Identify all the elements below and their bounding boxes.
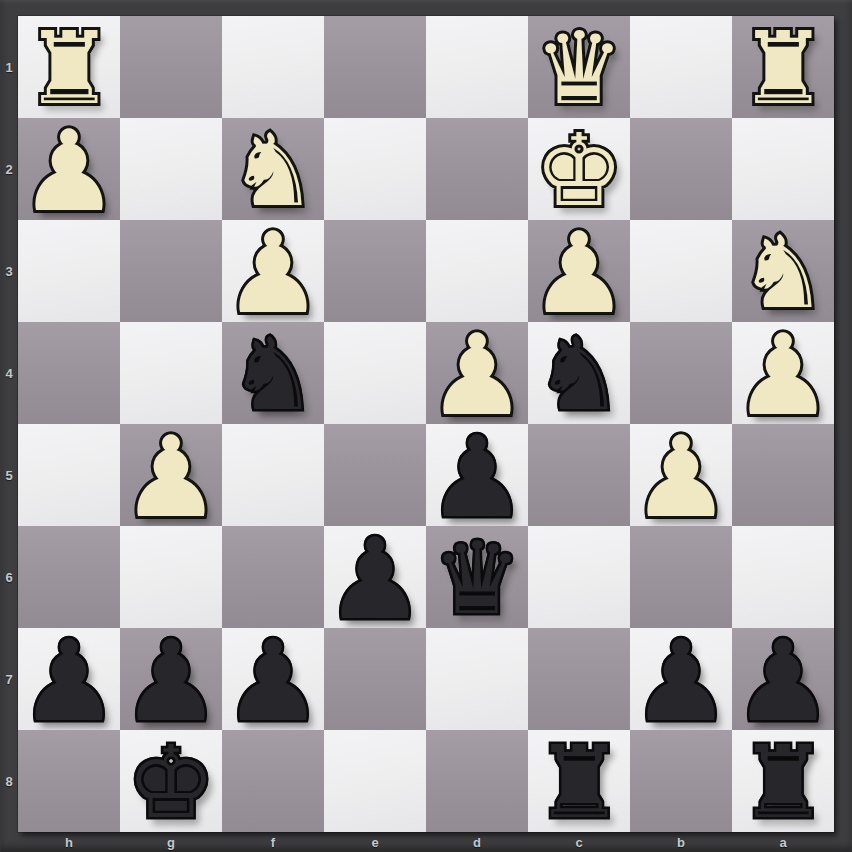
square-c4[interactable]: ♞: [528, 322, 630, 424]
chess-board-frame: ♜♛♜♟♞♚♟♟♞♞♟♞♟♟♟♟♟♛♟♟♟♟♟♚♜♜ 12345678hgfed…: [0, 0, 852, 852]
file-label-f: f: [271, 834, 275, 852]
rank-label-5: 5: [0, 468, 18, 483]
square-g3[interactable]: [120, 220, 222, 322]
square-b2[interactable]: [630, 118, 732, 220]
piece-black-pawn[interactable]: ♟: [427, 426, 527, 528]
square-a8[interactable]: ♜: [732, 730, 834, 832]
square-h8[interactable]: [18, 730, 120, 832]
piece-white-rook[interactable]: ♜: [24, 18, 114, 120]
square-a6[interactable]: [732, 526, 834, 628]
piece-white-pawn[interactable]: ♟: [631, 426, 731, 528]
piece-black-pawn[interactable]: ♟: [733, 630, 833, 732]
square-f4[interactable]: ♞: [222, 322, 324, 424]
square-a1[interactable]: ♜: [732, 16, 834, 118]
square-c3[interactable]: ♟: [528, 220, 630, 322]
piece-black-knight[interactable]: ♞: [534, 324, 624, 426]
square-g2[interactable]: [120, 118, 222, 220]
square-c6[interactable]: [528, 526, 630, 628]
square-g6[interactable]: [120, 526, 222, 628]
piece-black-pawn[interactable]: ♟: [631, 630, 731, 732]
square-f6[interactable]: [222, 526, 324, 628]
file-label-d: d: [473, 834, 481, 852]
rank-label-6: 6: [0, 570, 18, 585]
piece-black-pawn[interactable]: ♟: [325, 528, 425, 630]
file-label-h: h: [65, 834, 73, 852]
square-h3[interactable]: [18, 220, 120, 322]
piece-white-pawn[interactable]: ♟: [427, 324, 527, 426]
square-e8[interactable]: [324, 730, 426, 832]
piece-black-king[interactable]: ♚: [126, 732, 216, 834]
square-e2[interactable]: [324, 118, 426, 220]
rank-label-1: 1: [0, 60, 18, 75]
square-a2[interactable]: [732, 118, 834, 220]
square-a3[interactable]: ♞: [732, 220, 834, 322]
square-f1[interactable]: [222, 16, 324, 118]
square-d7[interactable]: [426, 628, 528, 730]
piece-white-pawn[interactable]: ♟: [223, 222, 323, 324]
file-label-b: b: [677, 834, 685, 852]
square-d1[interactable]: [426, 16, 528, 118]
square-f3[interactable]: ♟: [222, 220, 324, 322]
piece-white-king[interactable]: ♚: [534, 120, 624, 222]
square-e7[interactable]: [324, 628, 426, 730]
square-f2[interactable]: ♞: [222, 118, 324, 220]
square-h6[interactable]: [18, 526, 120, 628]
square-h5[interactable]: [18, 424, 120, 526]
piece-white-pawn[interactable]: ♟: [121, 426, 221, 528]
piece-black-knight[interactable]: ♞: [228, 324, 318, 426]
piece-black-pawn[interactable]: ♟: [19, 630, 119, 732]
rank-label-4: 4: [0, 366, 18, 381]
square-e3[interactable]: [324, 220, 426, 322]
square-g8[interactable]: ♚: [120, 730, 222, 832]
square-b3[interactable]: [630, 220, 732, 322]
square-d3[interactable]: [426, 220, 528, 322]
square-h7[interactable]: ♟: [18, 628, 120, 730]
piece-black-queen[interactable]: ♛: [432, 528, 522, 630]
rank-label-7: 7: [0, 672, 18, 687]
rank-label-2: 2: [0, 162, 18, 177]
square-c2[interactable]: ♚: [528, 118, 630, 220]
square-f5[interactable]: [222, 424, 324, 526]
square-f7[interactable]: ♟: [222, 628, 324, 730]
piece-black-rook[interactable]: ♜: [534, 732, 624, 834]
square-e1[interactable]: [324, 16, 426, 118]
rank-label-3: 3: [0, 264, 18, 279]
square-e5[interactable]: [324, 424, 426, 526]
file-label-a: a: [779, 834, 786, 852]
square-e6[interactable]: ♟: [324, 526, 426, 628]
square-a7[interactable]: ♟: [732, 628, 834, 730]
square-f8[interactable]: [222, 730, 324, 832]
square-b5[interactable]: ♟: [630, 424, 732, 526]
square-g4[interactable]: [120, 322, 222, 424]
square-g5[interactable]: ♟: [120, 424, 222, 526]
square-g1[interactable]: [120, 16, 222, 118]
piece-white-pawn[interactable]: ♟: [733, 324, 833, 426]
piece-black-pawn[interactable]: ♟: [121, 630, 221, 732]
piece-white-pawn[interactable]: ♟: [19, 120, 119, 222]
square-h2[interactable]: ♟: [18, 118, 120, 220]
file-label-c: c: [575, 834, 582, 852]
square-h1[interactable]: ♜: [18, 16, 120, 118]
square-b8[interactable]: [630, 730, 732, 832]
square-b7[interactable]: ♟: [630, 628, 732, 730]
square-d6[interactable]: ♛: [426, 526, 528, 628]
square-d4[interactable]: ♟: [426, 322, 528, 424]
piece-white-pawn[interactable]: ♟: [529, 222, 629, 324]
square-h4[interactable]: [18, 322, 120, 424]
square-b6[interactable]: [630, 526, 732, 628]
square-g7[interactable]: ♟: [120, 628, 222, 730]
square-d5[interactable]: ♟: [426, 424, 528, 526]
square-c7[interactable]: [528, 628, 630, 730]
file-label-g: g: [167, 834, 175, 852]
square-d2[interactable]: [426, 118, 528, 220]
chess-board: ♜♛♜♟♞♚♟♟♞♞♟♞♟♟♟♟♟♛♟♟♟♟♟♚♜♜: [18, 16, 834, 832]
square-d8[interactable]: [426, 730, 528, 832]
file-label-e: e: [371, 834, 378, 852]
square-c5[interactable]: [528, 424, 630, 526]
piece-white-knight[interactable]: ♞: [738, 222, 828, 324]
square-b4[interactable]: [630, 322, 732, 424]
square-c8[interactable]: ♜: [528, 730, 630, 832]
piece-white-knight[interactable]: ♞: [228, 120, 318, 222]
piece-white-queen[interactable]: ♛: [534, 18, 624, 120]
square-e4[interactable]: [324, 322, 426, 424]
square-a4[interactable]: ♟: [732, 322, 834, 424]
rank-label-8: 8: [0, 774, 18, 789]
piece-black-pawn[interactable]: ♟: [223, 630, 323, 732]
piece-black-rook[interactable]: ♜: [738, 732, 828, 834]
square-a5[interactable]: [732, 424, 834, 526]
square-c1[interactable]: ♛: [528, 16, 630, 118]
piece-white-rook[interactable]: ♜: [738, 18, 828, 120]
square-b1[interactable]: [630, 16, 732, 118]
